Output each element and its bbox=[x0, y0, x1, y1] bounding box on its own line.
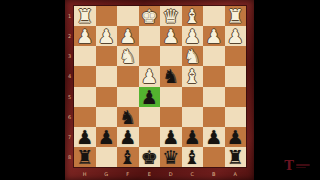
black-pawn: ♟ bbox=[162, 127, 179, 147]
square-h6[interactable] bbox=[74, 107, 96, 127]
square-b2[interactable]: ♟ bbox=[203, 26, 225, 46]
watermark-text-lines bbox=[296, 164, 310, 168]
square-d3[interactable] bbox=[160, 46, 182, 66]
square-g4[interactable] bbox=[96, 66, 118, 86]
file-label-b: B bbox=[203, 167, 225, 180]
black-pawn: ♟ bbox=[98, 127, 115, 147]
white-bishop: ♝ bbox=[184, 6, 201, 26]
file-label-e: E bbox=[139, 167, 161, 180]
square-f2[interactable]: ♟ bbox=[117, 26, 139, 46]
white-queen: ♛ bbox=[162, 6, 179, 26]
square-a3[interactable] bbox=[225, 46, 247, 66]
square-g1[interactable] bbox=[96, 6, 118, 26]
square-h7[interactable]: ♟ bbox=[74, 127, 96, 147]
square-b3[interactable] bbox=[203, 46, 225, 66]
square-a8[interactable]: ♜ bbox=[225, 147, 247, 167]
white-rook: ♜ bbox=[227, 6, 244, 26]
black-queen: ♛ bbox=[162, 147, 179, 167]
square-d4[interactable]: ♞ bbox=[160, 66, 182, 86]
watermark-logo: T bbox=[284, 158, 310, 174]
square-e6[interactable] bbox=[139, 107, 161, 127]
square-a2[interactable]: ♟ bbox=[225, 26, 247, 46]
square-g5[interactable] bbox=[96, 87, 118, 107]
square-f5[interactable] bbox=[117, 87, 139, 107]
square-b5[interactable] bbox=[203, 87, 225, 107]
square-a1[interactable]: ♜ bbox=[225, 6, 247, 26]
square-d5[interactable] bbox=[160, 87, 182, 107]
file-label-f: F bbox=[117, 167, 139, 180]
white-pawn: ♟ bbox=[119, 26, 136, 46]
board-grid: ♜♚♛♝♜♟♟♟♟♟♟♟♞♞♟♞♝♟♞♟♟♟♟♟♟♟♜♝♚♛♝♜ bbox=[74, 6, 246, 167]
square-d6[interactable] bbox=[160, 107, 182, 127]
white-pawn: ♟ bbox=[141, 66, 158, 86]
square-g8[interactable] bbox=[96, 147, 118, 167]
black-pawn: ♟ bbox=[184, 127, 201, 147]
square-f6[interactable]: ♞ bbox=[117, 107, 139, 127]
rank-label-4: 4 bbox=[65, 66, 74, 86]
square-a4[interactable] bbox=[225, 66, 247, 86]
square-g3[interactable] bbox=[96, 46, 118, 66]
rank-label-3: 3 bbox=[65, 46, 74, 66]
black-pawn: ♟ bbox=[205, 127, 222, 147]
file-label-d: D bbox=[160, 167, 182, 180]
square-d8[interactable]: ♛ bbox=[160, 147, 182, 167]
black-knight: ♞ bbox=[162, 66, 179, 86]
square-a5[interactable] bbox=[225, 87, 247, 107]
rank-label-8: 8 bbox=[65, 147, 74, 167]
square-f7[interactable]: ♟ bbox=[117, 127, 139, 147]
square-c7[interactable]: ♟ bbox=[182, 127, 204, 147]
square-c6[interactable] bbox=[182, 107, 204, 127]
square-b1[interactable] bbox=[203, 6, 225, 26]
square-e5[interactable]: ♟ bbox=[139, 87, 161, 107]
square-e4[interactable]: ♟ bbox=[139, 66, 161, 86]
black-bishop: ♝ bbox=[184, 147, 201, 167]
square-g7[interactable]: ♟ bbox=[96, 127, 118, 147]
file-label-h: H bbox=[74, 167, 96, 180]
file-label-g: G bbox=[96, 167, 118, 180]
watermark-letter: T bbox=[284, 159, 294, 173]
square-b7[interactable]: ♟ bbox=[203, 127, 225, 147]
square-c4[interactable]: ♝ bbox=[182, 66, 204, 86]
file-label-a: A bbox=[225, 167, 247, 180]
square-f3[interactable]: ♞ bbox=[117, 46, 139, 66]
black-king: ♚ bbox=[141, 147, 158, 167]
black-rook: ♜ bbox=[227, 147, 244, 167]
black-pawn: ♟ bbox=[119, 127, 136, 147]
file-labels: HGFEDCBA bbox=[74, 167, 246, 180]
video-frame: 12345678 ♜♚♛♝♜♟♟♟♟♟♟♟♞♞♟♞♝♟♞♟♟♟♟♟♟♟♜♝♚♛♝… bbox=[0, 0, 320, 180]
square-c3[interactable]: ♞ bbox=[182, 46, 204, 66]
square-d7[interactable]: ♟ bbox=[160, 127, 182, 147]
square-c2[interactable]: ♟ bbox=[182, 26, 204, 46]
white-knight: ♞ bbox=[119, 46, 136, 66]
square-h1[interactable]: ♜ bbox=[74, 6, 96, 26]
square-f8[interactable]: ♝ bbox=[117, 147, 139, 167]
white-pawn: ♟ bbox=[98, 26, 115, 46]
square-b6[interactable] bbox=[203, 107, 225, 127]
chess-board: 12345678 ♜♚♛♝♜♟♟♟♟♟♟♟♞♞♟♞♝♟♞♟♟♟♟♟♟♟♜♝♚♛♝… bbox=[65, 0, 254, 180]
square-c5[interactable] bbox=[182, 87, 204, 107]
square-d1[interactable]: ♛ bbox=[160, 6, 182, 26]
black-pawn: ♟ bbox=[76, 127, 93, 147]
black-bishop: ♝ bbox=[119, 147, 136, 167]
square-f1[interactable] bbox=[117, 6, 139, 26]
white-pawn: ♟ bbox=[205, 26, 222, 46]
square-e7[interactable] bbox=[139, 127, 161, 147]
square-e3[interactable] bbox=[139, 46, 161, 66]
white-king: ♚ bbox=[141, 6, 158, 26]
square-g6[interactable] bbox=[96, 107, 118, 127]
white-knight: ♞ bbox=[184, 46, 201, 66]
black-pawn: ♟ bbox=[141, 87, 158, 107]
square-h4[interactable] bbox=[74, 66, 96, 86]
white-pawn: ♟ bbox=[227, 26, 244, 46]
square-b4[interactable] bbox=[203, 66, 225, 86]
square-d2[interactable]: ♟ bbox=[160, 26, 182, 46]
square-a6[interactable] bbox=[225, 107, 247, 127]
square-a7[interactable]: ♟ bbox=[225, 127, 247, 147]
square-g2[interactable]: ♟ bbox=[96, 26, 118, 46]
white-bishop: ♝ bbox=[184, 66, 201, 86]
rank-label-7: 7 bbox=[65, 127, 74, 147]
black-pawn: ♟ bbox=[227, 127, 244, 147]
square-h3[interactable] bbox=[74, 46, 96, 66]
square-h2[interactable]: ♟ bbox=[74, 26, 96, 46]
black-knight: ♞ bbox=[119, 107, 136, 127]
rank-label-6: 6 bbox=[65, 107, 74, 127]
rank-label-1: 1 bbox=[65, 6, 74, 26]
black-rook: ♜ bbox=[76, 147, 93, 167]
square-e2[interactable] bbox=[139, 26, 161, 46]
square-f4[interactable] bbox=[117, 66, 139, 86]
white-rook: ♜ bbox=[76, 6, 93, 26]
white-pawn: ♟ bbox=[76, 26, 93, 46]
square-b8[interactable] bbox=[203, 147, 225, 167]
rank-labels: 12345678 bbox=[65, 6, 74, 167]
rank-label-5: 5 bbox=[65, 87, 74, 107]
white-pawn: ♟ bbox=[184, 26, 201, 46]
white-pawn: ♟ bbox=[162, 26, 179, 46]
square-h8[interactable]: ♜ bbox=[74, 147, 96, 167]
square-e1[interactable]: ♚ bbox=[139, 6, 161, 26]
square-c8[interactable]: ♝ bbox=[182, 147, 204, 167]
rank-label-2: 2 bbox=[65, 26, 74, 46]
square-c1[interactable]: ♝ bbox=[182, 6, 204, 26]
file-label-c: C bbox=[182, 167, 204, 180]
square-e8[interactable]: ♚ bbox=[139, 147, 161, 167]
square-h5[interactable] bbox=[74, 87, 96, 107]
